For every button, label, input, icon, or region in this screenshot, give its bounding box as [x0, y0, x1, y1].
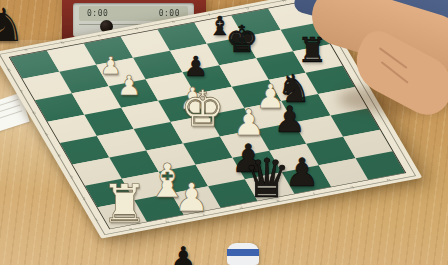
black-rook-h6: ♜	[297, 33, 328, 67]
white-bishop-b2: ♝	[146, 157, 188, 204]
bottle-cap-band	[227, 249, 259, 256]
black-pawn-f2: ♟	[285, 153, 320, 192]
white-king-d4: ♚	[180, 85, 225, 135]
bottle-cap	[227, 243, 259, 265]
white-pawn-c6: ♟	[117, 72, 142, 99]
photo-stage: 0:00 0:00 ♞ 87654321aabbccddeeffgghh ♝♚♟…	[0, 0, 448, 265]
black-knight-g4: ♞	[277, 70, 312, 109]
black-bishop-f8: ♝	[208, 13, 231, 39]
pieces-layer: ♝♚♟♟♟♜♟♚♟♞♟♟♝♟♟♟♜♛	[0, 0, 448, 265]
black-pawn-f3: ♟	[273, 102, 305, 138]
black-queen-e1: ♛	[243, 152, 291, 206]
white-pawn-e3: ♟	[233, 105, 265, 141]
white-pawn-c7: ♟	[100, 54, 122, 79]
white-pawn-c2: ♟	[174, 178, 209, 217]
black-pawn-e6: ♟	[183, 53, 208, 80]
white-pawn-d5: ♟	[179, 84, 206, 114]
white-pawn-f4: ♟	[255, 80, 285, 113]
white-rook-a1: ♜	[101, 178, 148, 231]
stray-pawn-icon: ♟	[170, 243, 197, 265]
black-pawn-e2: ♟	[231, 139, 266, 178]
black-king-f7: ♚	[225, 22, 258, 59]
